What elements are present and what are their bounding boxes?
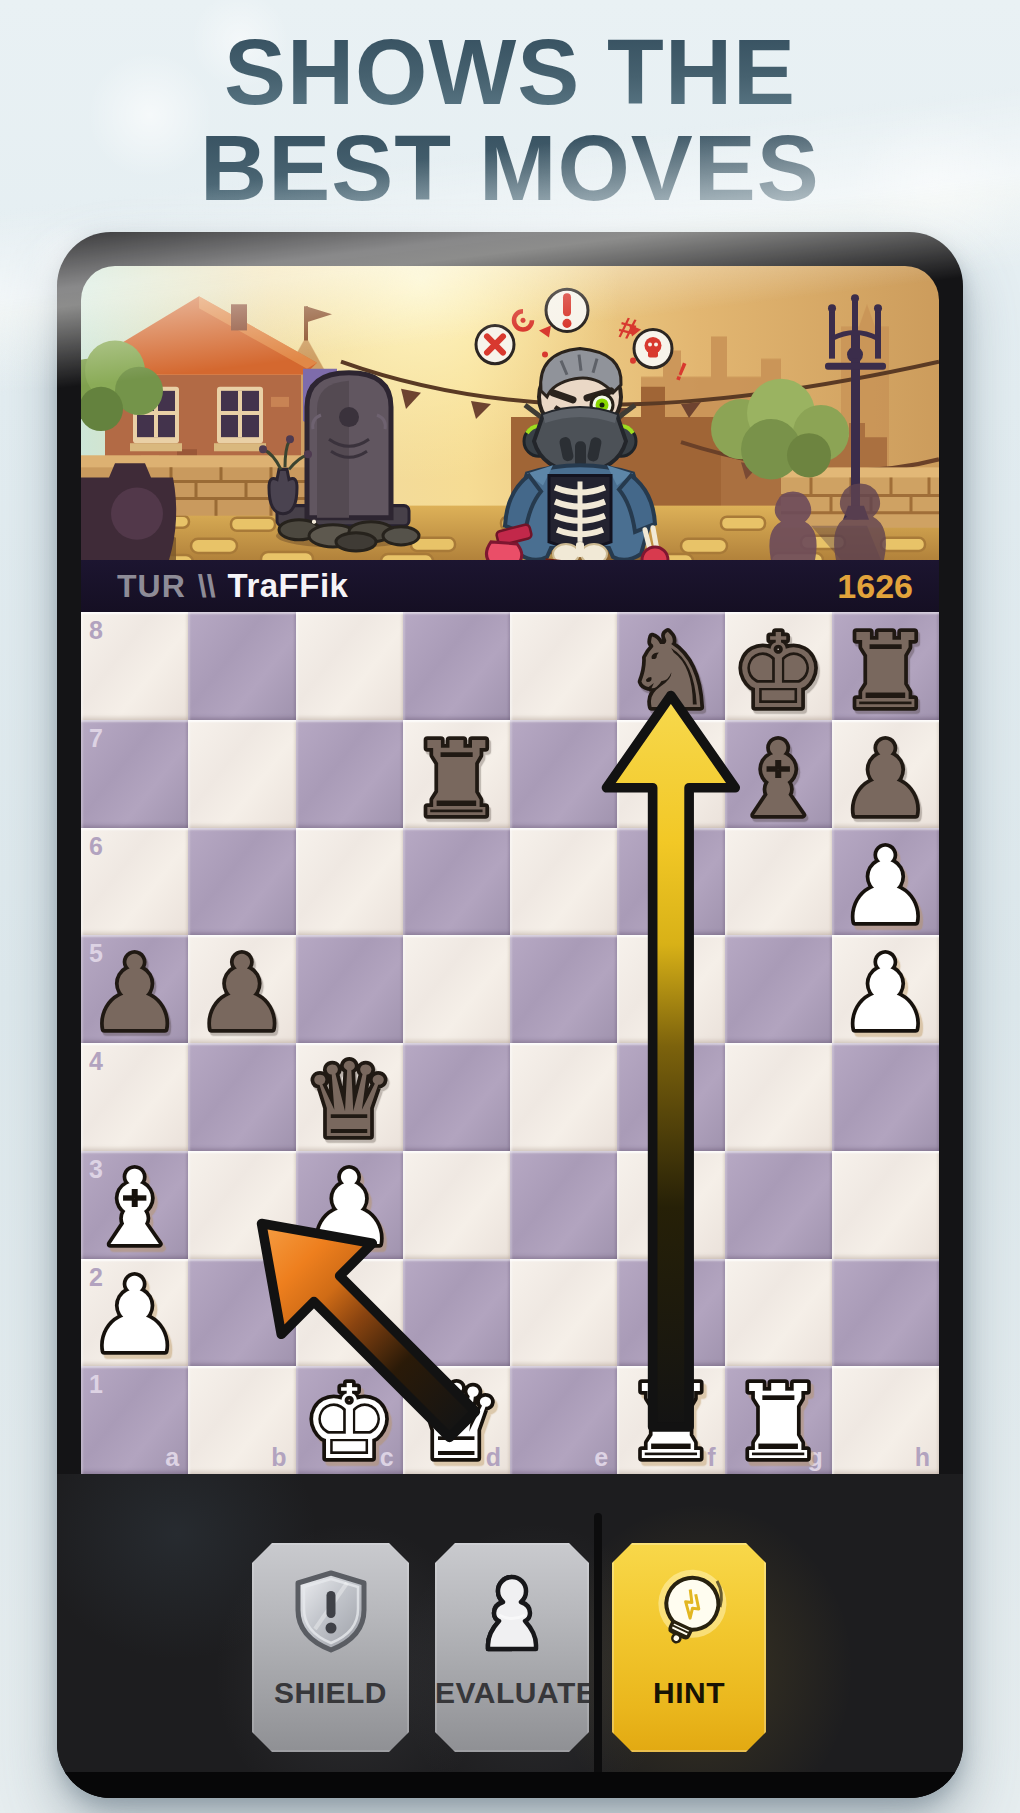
file-label-h: h [915,1443,930,1472]
player-rating: 1626 [837,567,913,606]
square-c1[interactable]: c [296,1366,403,1474]
square-g4[interactable] [725,1043,832,1151]
evaluate-label: EVALUATE [435,1676,589,1710]
square-b5[interactable] [188,935,295,1043]
window [214,387,266,451]
square-b8[interactable] [188,612,295,720]
hint-button[interactable]: HINT [612,1543,766,1752]
rank-label-8: 8 [89,616,103,645]
square-e8[interactable] [510,612,617,720]
file-label-a: a [165,1443,179,1472]
square-c7[interactable] [296,720,403,828]
square-g5[interactable] [725,935,832,1043]
square-d8[interactable] [403,612,510,720]
square-a2[interactable]: 2 [81,1259,188,1367]
shield-label: SHIELD [252,1676,409,1710]
evaluate-button[interactable]: EVALUATE [435,1543,589,1752]
player-name: TraFFik [228,567,349,605]
square-b2[interactable] [188,1259,295,1367]
file-label-d: d [486,1443,501,1472]
player-bar: TUR \\ TraFFik 1626 [81,560,939,612]
rank-label-5: 5 [89,939,103,968]
square-a1[interactable]: 1a [81,1366,188,1474]
square-c3[interactable] [296,1151,403,1259]
file-label-e: e [594,1443,608,1472]
square-d6[interactable] [403,828,510,936]
title-line-1: SHOWS THE [0,24,1020,120]
half-pawn-icon [466,1565,558,1657]
action-bar: SHIELD EVALUATE [57,1474,963,1798]
file-label-g: g [807,1443,822,1472]
square-h7[interactable] [832,720,939,828]
square-h4[interactable] [832,1043,939,1151]
square-d2[interactable] [403,1259,510,1367]
square-a3[interactable]: 3 [81,1151,188,1259]
rank-label-4: 4 [89,1047,103,1076]
square-g6[interactable] [725,828,832,936]
square-e2[interactable] [510,1259,617,1367]
square-e1[interactable]: e [510,1366,617,1474]
square-c5[interactable] [296,935,403,1043]
square-d1[interactable]: d [403,1366,510,1474]
title-line-2: BEST MOVES [0,120,1020,216]
square-a4[interactable]: 4 [81,1043,188,1151]
phone-bottom-bezel [57,1772,963,1798]
shield-exclamation-icon [285,1565,377,1657]
square-e5[interactable] [510,935,617,1043]
square-h1[interactable]: h [832,1366,939,1474]
square-d5[interactable] [403,935,510,1043]
square-b4[interactable] [188,1043,295,1151]
square-a8[interactable]: 8 [81,612,188,720]
file-label-c: c [380,1443,394,1472]
square-h2[interactable] [832,1259,939,1367]
square-c8[interactable] [296,612,403,720]
scene-art: # [81,266,939,560]
square-f5[interactable] [617,935,724,1043]
square-g8[interactable] [725,612,832,720]
file-label-f: f [707,1443,715,1472]
square-f7[interactable] [617,720,724,828]
square-h8[interactable] [832,612,939,720]
player-country: TUR [117,568,186,605]
square-d4[interactable] [403,1043,510,1151]
square-d7[interactable] [403,720,510,828]
rank-label-6: 6 [89,832,103,861]
square-f6[interactable] [617,828,724,936]
square-f1[interactable]: f [617,1366,724,1474]
square-b6[interactable] [188,828,295,936]
square-g7[interactable] [725,720,832,828]
square-e6[interactable] [510,828,617,936]
square-b7[interactable] [188,720,295,828]
square-c4[interactable] [296,1043,403,1151]
player-separator: \\ [198,568,216,605]
shield-button[interactable]: SHIELD [252,1543,409,1752]
square-g3[interactable] [725,1151,832,1259]
square-h5[interactable] [832,935,939,1043]
file-label-b: b [271,1443,286,1472]
hint-label: HINT [612,1676,766,1710]
square-e7[interactable] [510,720,617,828]
square-e4[interactable] [510,1043,617,1151]
square-h6[interactable] [832,828,939,936]
action-bar-divider [594,1513,602,1786]
lightbulb-icon [643,1565,735,1657]
square-h3[interactable] [832,1151,939,1259]
square-c2[interactable] [296,1259,403,1367]
square-b1[interactable]: b [188,1366,295,1474]
square-a5[interactable]: 5 [81,935,188,1043]
square-g1[interactable]: g [725,1366,832,1474]
square-f3[interactable] [617,1151,724,1259]
game-scene-illustration: # [81,266,939,560]
app-screenshot-frame: # [57,232,963,1798]
square-f8[interactable] [617,612,724,720]
square-g2[interactable] [725,1259,832,1367]
square-d3[interactable] [403,1151,510,1259]
square-a6[interactable]: 6 [81,828,188,936]
square-c6[interactable] [296,828,403,936]
chess-board[interactable]: 87654321abcdefgh ♞♚♜♜♝♟♟♟♟♟♛♝♟♟♚♛♜♜ [81,612,939,1474]
square-b3[interactable] [188,1151,295,1259]
square-e3[interactable] [510,1151,617,1259]
page-title: SHOWS THE BEST MOVES [0,24,1020,216]
square-f4[interactable] [617,1043,724,1151]
rank-label-1: 1 [89,1370,103,1399]
square-f2[interactable] [617,1259,724,1367]
rank-label-2: 2 [89,1263,103,1292]
rank-label-3: 3 [89,1155,103,1184]
rank-label-7: 7 [89,724,103,753]
square-a7[interactable]: 7 [81,720,188,828]
